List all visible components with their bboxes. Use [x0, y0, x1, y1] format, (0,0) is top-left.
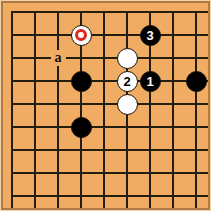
- point-3-0: [70, 1, 93, 24]
- point-1-6: [24, 139, 47, 162]
- point-0-2: [1, 47, 24, 70]
- point-7-5: [162, 116, 185, 139]
- point-6-1: 3: [139, 24, 162, 47]
- point-6-6: [139, 139, 162, 162]
- point-4-6: [93, 139, 116, 162]
- point-5-8: [116, 185, 139, 208]
- point-0-5: [1, 116, 24, 139]
- move-number: 1: [146, 74, 153, 87]
- point-6-5: [139, 116, 162, 139]
- point-2-1: [47, 24, 70, 47]
- point-4-4: [93, 93, 116, 116]
- point-8-0: [185, 1, 208, 24]
- point-4-7: [93, 162, 116, 185]
- point-7-6: [162, 139, 185, 162]
- point-1-7: [24, 162, 47, 185]
- white-stone: [117, 94, 138, 115]
- point-5-0: [116, 1, 139, 24]
- point-0-6: [1, 139, 24, 162]
- point-1-4: [24, 93, 47, 116]
- point-8-8: [185, 185, 208, 208]
- point-1-5: [24, 116, 47, 139]
- go-board-diagram: 3a21: [0, 0, 211, 211]
- black-stone: 1: [140, 71, 161, 92]
- point-1-1: [24, 24, 47, 47]
- point-0-1: [1, 24, 24, 47]
- circle-marker-icon: [75, 29, 87, 41]
- point-1-0: [24, 1, 47, 24]
- point-8-3: [185, 70, 208, 93]
- point-0-3: [1, 70, 24, 93]
- point-7-8: [162, 185, 185, 208]
- point-2-2: a: [47, 47, 70, 70]
- point-2-3: [47, 70, 70, 93]
- black-stone: [71, 117, 92, 138]
- point-0-7: [1, 162, 24, 185]
- point-3-1: [70, 24, 93, 47]
- point-label-a: a: [51, 50, 66, 66]
- point-0-8: [1, 185, 24, 208]
- black-stone: [71, 71, 92, 92]
- point-0-0: [1, 1, 24, 24]
- point-3-5: [70, 116, 93, 139]
- point-8-6: [185, 139, 208, 162]
- point-4-3: [93, 70, 116, 93]
- black-stone: [186, 71, 207, 92]
- point-6-3: 1: [139, 70, 162, 93]
- point-6-2: [139, 47, 162, 70]
- point-1-3: [24, 70, 47, 93]
- point-6-0: [139, 1, 162, 24]
- point-4-0: [93, 1, 116, 24]
- point-3-3: [70, 70, 93, 93]
- point-0-4: [1, 93, 24, 116]
- point-1-2: [24, 47, 47, 70]
- point-5-4: [116, 93, 139, 116]
- point-2-0: [47, 1, 70, 24]
- point-1-8: [24, 185, 47, 208]
- point-8-1: [185, 24, 208, 47]
- point-7-0: [162, 1, 185, 24]
- point-3-7: [70, 162, 93, 185]
- point-4-2: [93, 47, 116, 70]
- point-2-8: [47, 185, 70, 208]
- board-intersections: 3a21: [1, 1, 208, 208]
- white-stone: 2: [117, 71, 138, 92]
- point-2-6: [47, 139, 70, 162]
- point-4-1: [93, 24, 116, 47]
- black-stone: 3: [140, 25, 161, 46]
- point-8-7: [185, 162, 208, 185]
- point-5-6: [116, 139, 139, 162]
- point-7-7: [162, 162, 185, 185]
- point-5-1: [116, 24, 139, 47]
- point-3-6: [70, 139, 93, 162]
- point-2-7: [47, 162, 70, 185]
- point-4-5: [93, 116, 116, 139]
- move-number: 2: [123, 74, 130, 87]
- point-8-4: [185, 93, 208, 116]
- point-6-8: [139, 185, 162, 208]
- point-8-2: [185, 47, 208, 70]
- point-5-2: [116, 47, 139, 70]
- point-6-7: [139, 162, 162, 185]
- point-7-4: [162, 93, 185, 116]
- point-7-2: [162, 47, 185, 70]
- point-6-4: [139, 93, 162, 116]
- point-4-8: [93, 185, 116, 208]
- white-stone: [117, 48, 138, 69]
- point-8-5: [185, 116, 208, 139]
- point-7-1: [162, 24, 185, 47]
- white-stone: [71, 25, 92, 46]
- point-5-7: [116, 162, 139, 185]
- point-3-2: [70, 47, 93, 70]
- point-3-8: [70, 185, 93, 208]
- point-3-4: [70, 93, 93, 116]
- point-5-5: [116, 116, 139, 139]
- point-7-3: [162, 70, 185, 93]
- point-5-3: 2: [116, 70, 139, 93]
- point-2-4: [47, 93, 70, 116]
- point-2-5: [47, 116, 70, 139]
- move-number: 3: [146, 28, 153, 41]
